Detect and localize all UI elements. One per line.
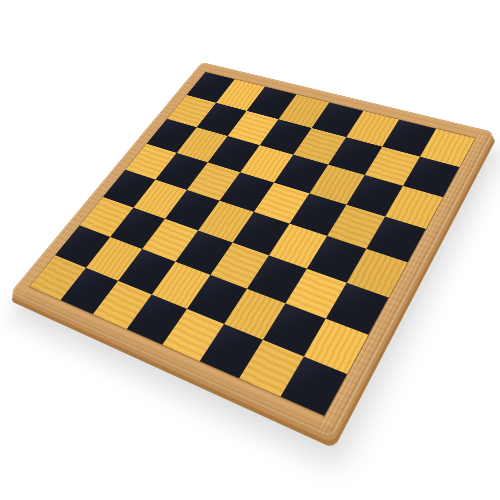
- product-photo-scene: [0, 0, 500, 500]
- chessboard: [10, 62, 494, 438]
- board-squares-grid: [30, 72, 475, 416]
